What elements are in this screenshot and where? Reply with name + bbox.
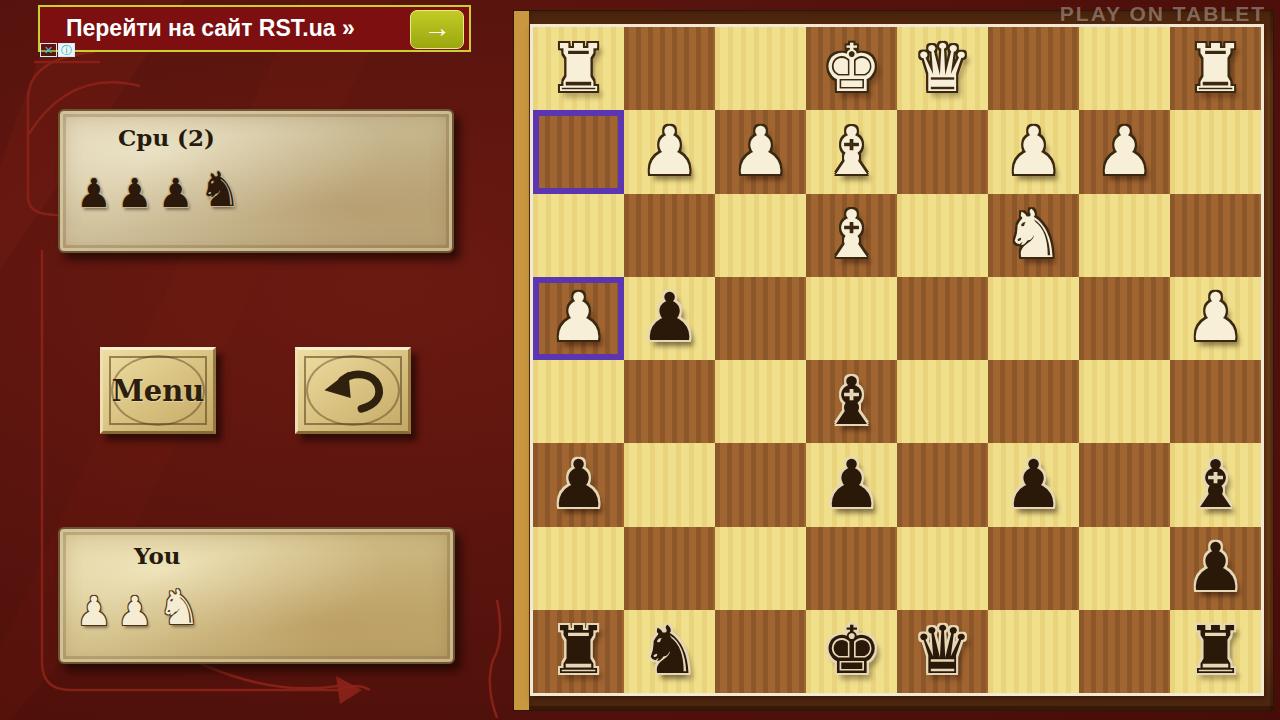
square-f7[interactable] xyxy=(715,527,806,610)
black-rook[interactable]: ♜ xyxy=(549,618,608,684)
square-a8[interactable]: ♜ xyxy=(1170,610,1261,693)
square-c8[interactable] xyxy=(988,610,1079,693)
white-rook[interactable]: ♜ xyxy=(549,36,608,102)
square-e3[interactable]: ♝ xyxy=(806,194,897,277)
square-e2[interactable]: ♝ xyxy=(806,110,897,193)
undo-button[interactable] xyxy=(295,347,411,434)
black-pawn[interactable]: ♟ xyxy=(549,452,608,518)
square-f2[interactable]: ♟ xyxy=(715,110,806,193)
square-a4[interactable]: ♟ xyxy=(1170,277,1261,360)
captured-white-knight-icon: ♞ xyxy=(158,583,201,631)
square-d2[interactable] xyxy=(897,110,988,193)
square-g8[interactable]: ♞ xyxy=(624,610,715,693)
ad-banner[interactable]: Перейти на сайт RST.ua » → xyxy=(38,5,471,52)
square-f3[interactable] xyxy=(715,194,806,277)
ad-close-icon[interactable]: ✕ xyxy=(40,43,57,57)
white-pawn[interactable]: ♟ xyxy=(549,285,608,351)
square-g6[interactable] xyxy=(624,443,715,526)
watermark: PLAY ON TABLET xyxy=(1060,2,1266,26)
square-f1[interactable] xyxy=(715,27,806,110)
square-f6[interactable] xyxy=(715,443,806,526)
square-g3[interactable] xyxy=(624,194,715,277)
square-a5[interactable] xyxy=(1170,360,1261,443)
square-h8[interactable]: ♜ xyxy=(533,610,624,693)
square-c6[interactable]: ♟ xyxy=(988,443,1079,526)
you-player-panel: You ♟♟♞ xyxy=(58,527,455,664)
square-d6[interactable] xyxy=(897,443,988,526)
white-pawn[interactable]: ♟ xyxy=(731,119,790,185)
square-e8[interactable]: ♚ xyxy=(806,610,897,693)
square-f8[interactable] xyxy=(715,610,806,693)
white-pawn[interactable]: ♟ xyxy=(640,119,699,185)
chess-board-border: ♜♚♛♜♟♟♝♟♟♝♞♟♟♟♝♟♟♟♝♟♜♞♚♛♜ xyxy=(530,24,1264,696)
square-h7[interactable] xyxy=(533,527,624,610)
captured-white-pawn-icon: ♟ xyxy=(76,591,112,631)
square-a2[interactable] xyxy=(1170,110,1261,193)
white-bishop[interactable]: ♝ xyxy=(822,119,881,185)
menu-button-label: Menu xyxy=(112,374,205,408)
square-c7[interactable] xyxy=(988,527,1079,610)
captured-white-pawn-icon: ♟ xyxy=(117,591,153,631)
right-arrow-icon: → xyxy=(424,15,451,42)
white-queen[interactable]: ♛ xyxy=(913,36,972,102)
square-h1[interactable]: ♜ xyxy=(533,27,624,110)
square-a3[interactable] xyxy=(1170,194,1261,277)
captured-black-pawn-icon: ♟ xyxy=(158,173,194,213)
ad-arrow-button[interactable]: → xyxy=(410,10,464,49)
app-root: PLAY ON TABLET Перейти на сайт RST.ua » … xyxy=(0,0,1280,720)
square-d1[interactable]: ♛ xyxy=(897,27,988,110)
square-b2[interactable]: ♟ xyxy=(1079,110,1170,193)
square-h4[interactable]: ♟ xyxy=(533,277,624,360)
black-pawn[interactable]: ♟ xyxy=(640,285,699,351)
black-pawn[interactable]: ♟ xyxy=(822,452,881,518)
black-knight[interactable]: ♞ xyxy=(640,618,699,684)
square-a7[interactable]: ♟ xyxy=(1170,527,1261,610)
square-e4[interactable] xyxy=(806,277,897,360)
white-bishop[interactable]: ♝ xyxy=(822,202,881,268)
ad-info-icon[interactable]: ⓘ xyxy=(58,43,75,57)
square-b7[interactable] xyxy=(1079,527,1170,610)
undo-arrow-icon xyxy=(316,363,390,419)
square-f4[interactable] xyxy=(715,277,806,360)
black-bishop[interactable]: ♝ xyxy=(822,369,881,435)
square-g5[interactable] xyxy=(624,360,715,443)
square-b5[interactable] xyxy=(1079,360,1170,443)
black-pawn[interactable]: ♟ xyxy=(1004,452,1063,518)
square-c1[interactable] xyxy=(988,27,1079,110)
square-a6[interactable]: ♝ xyxy=(1170,443,1261,526)
you-player-label: You xyxy=(134,542,453,569)
captured-black-pawn-icon: ♟ xyxy=(117,173,153,213)
cpu-player-label: Cpu (2) xyxy=(118,124,452,151)
square-h3[interactable] xyxy=(533,194,624,277)
square-d8[interactable]: ♛ xyxy=(897,610,988,693)
white-pawn[interactable]: ♟ xyxy=(1186,285,1245,351)
square-g4[interactable]: ♟ xyxy=(624,277,715,360)
square-g7[interactable] xyxy=(624,527,715,610)
menu-button[interactable]: Menu xyxy=(100,347,216,434)
square-e5[interactable]: ♝ xyxy=(806,360,897,443)
ad-text: Перейти на сайт RST.ua » xyxy=(66,15,355,42)
white-king[interactable]: ♚ xyxy=(822,36,881,102)
black-bishop[interactable]: ♝ xyxy=(1186,452,1245,518)
black-king[interactable]: ♚ xyxy=(822,618,881,684)
square-h2[interactable] xyxy=(533,110,624,193)
black-queen[interactable]: ♛ xyxy=(913,618,972,684)
square-f5[interactable] xyxy=(715,360,806,443)
square-c5[interactable] xyxy=(988,360,1079,443)
square-d3[interactable] xyxy=(897,194,988,277)
square-d4[interactable] xyxy=(897,277,988,360)
white-rook[interactable]: ♜ xyxy=(1186,36,1245,102)
square-b1[interactable] xyxy=(1079,27,1170,110)
black-pawn[interactable]: ♟ xyxy=(1186,535,1245,601)
cpu-captured-pieces: ♟♟♟♞ xyxy=(76,151,452,213)
white-pawn[interactable]: ♟ xyxy=(1095,119,1154,185)
square-c3[interactable]: ♞ xyxy=(988,194,1079,277)
square-g2[interactable]: ♟ xyxy=(624,110,715,193)
square-e7[interactable] xyxy=(806,527,897,610)
white-pawn[interactable]: ♟ xyxy=(1004,119,1063,185)
square-h6[interactable]: ♟ xyxy=(533,443,624,526)
square-c4[interactable] xyxy=(988,277,1079,360)
captured-black-knight-icon: ♞ xyxy=(199,165,242,213)
square-a1[interactable]: ♜ xyxy=(1170,27,1261,110)
black-rook[interactable]: ♜ xyxy=(1186,618,1245,684)
square-e6[interactable]: ♟ xyxy=(806,443,897,526)
white-knight[interactable]: ♞ xyxy=(1004,202,1063,268)
square-e1[interactable]: ♚ xyxy=(806,27,897,110)
square-d7[interactable] xyxy=(897,527,988,610)
cpu-player-panel: Cpu (2) ♟♟♟♞ xyxy=(58,109,454,253)
square-b6[interactable] xyxy=(1079,443,1170,526)
captured-black-pawn-icon: ♟ xyxy=(76,173,112,213)
chess-board-frame: ♜♚♛♜♟♟♝♟♟♝♞♟♟♟♝♟♟♟♝♟♜♞♚♛♜ xyxy=(513,10,1274,711)
ad-meta: ✕ ⓘ xyxy=(40,43,75,57)
square-c2[interactable]: ♟ xyxy=(988,110,1079,193)
square-b3[interactable] xyxy=(1079,194,1170,277)
square-g1[interactable] xyxy=(624,27,715,110)
chess-board: ♜♚♛♜♟♟♝♟♟♝♞♟♟♟♝♟♟♟♝♟♜♞♚♛♜ xyxy=(533,27,1261,693)
you-captured-pieces: ♟♟♞ xyxy=(76,569,453,631)
square-b8[interactable] xyxy=(1079,610,1170,693)
square-h5[interactable] xyxy=(533,360,624,443)
square-d5[interactable] xyxy=(897,360,988,443)
square-b4[interactable] xyxy=(1079,277,1170,360)
